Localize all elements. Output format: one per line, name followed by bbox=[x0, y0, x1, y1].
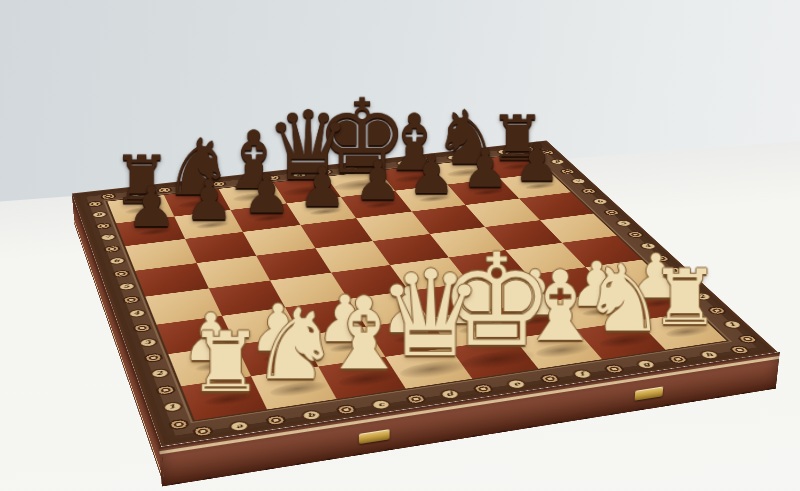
piece-shadow bbox=[392, 172, 444, 185]
piece-shadow bbox=[335, 369, 402, 390]
piece-shadow bbox=[500, 162, 542, 172]
piece-shadow bbox=[231, 190, 284, 203]
piece-shadow bbox=[253, 214, 289, 223]
piece-shadow bbox=[194, 360, 237, 373]
piece-shadow bbox=[519, 315, 561, 327]
chess-board: aa88bb77cc66dd55ee44ff33gg22hh11 ♜♞♝♛♚♝♞… bbox=[72, 140, 778, 446]
piece-shadow bbox=[393, 332, 435, 345]
piece-shadow bbox=[262, 351, 305, 364]
piece-shadow bbox=[456, 323, 498, 335]
piece-shadow bbox=[580, 306, 622, 318]
brass-latch bbox=[359, 430, 390, 445]
white-rook-h1: ♜ bbox=[587, 261, 783, 334]
piece-shadow bbox=[523, 182, 558, 191]
black-rook-h8: ♜ bbox=[438, 109, 596, 168]
photo-stage: aa88bb77cc66dd55ee44ff33gg22hh11 ♜♞♝♛♚♝♞… bbox=[0, 0, 800, 491]
knight-glyph: ♞ bbox=[163, 130, 233, 205]
piece-shadow bbox=[309, 207, 345, 216]
scene-3d: aa88bb77cc66dd55ee44ff33gg22hh11 ♜♞♝♛♚♝♞… bbox=[0, 0, 800, 491]
piece-shadow bbox=[328, 341, 371, 354]
piece-shadow bbox=[639, 298, 680, 310]
piece-shadow bbox=[176, 197, 228, 210]
brass-latch bbox=[635, 387, 664, 401]
piece-shadow bbox=[195, 220, 232, 230]
piece-shadow bbox=[124, 204, 168, 215]
piece-shadow bbox=[203, 391, 258, 409]
piece-shadow bbox=[471, 188, 506, 197]
piece-shadow bbox=[663, 324, 715, 339]
black-king-e8: ♚ bbox=[281, 89, 443, 187]
piece-shadow bbox=[418, 194, 454, 203]
